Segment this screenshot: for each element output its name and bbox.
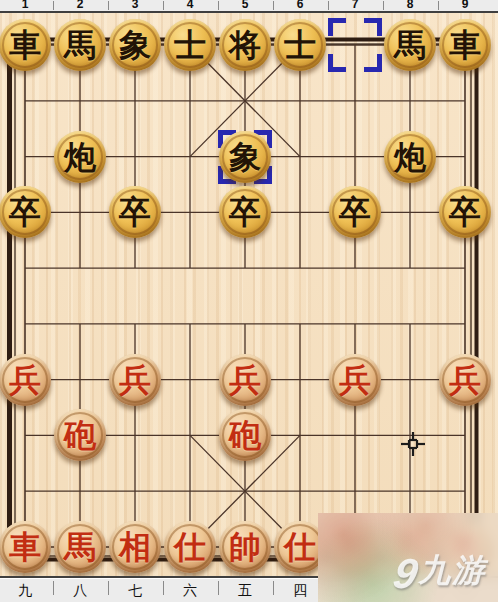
file-label-top-4: 4 [187,0,194,11]
file-label-top-1: 1 [22,0,29,11]
file-label-top-5: 5 [242,0,249,11]
last-move-marker [328,18,382,72]
file-label-top-3: 3 [132,0,139,11]
strip-tick [108,581,109,595]
piece-red-兵[interactable]: 兵 [219,354,271,406]
piece-black-士[interactable]: 士 [274,19,326,71]
piece-black-車[interactable]: 車 [0,19,51,71]
strip-tick [53,581,54,595]
strip-tick [273,581,274,595]
strip-tick [53,1,54,10]
piece-black-炮[interactable]: 炮 [384,131,436,183]
piece-black-卒[interactable]: 卒 [439,186,491,238]
piece-black-卒[interactable]: 卒 [219,186,271,238]
marker-corner-br [364,54,382,72]
strip-tick [218,581,219,595]
file-label-top-8: 8 [407,0,414,11]
piece-black-卒[interactable]: 卒 [329,186,381,238]
piece-black-馬[interactable]: 馬 [54,19,106,71]
file-label-top-2: 2 [77,0,84,11]
file-label-top-6: 6 [297,0,304,11]
strip-tick [383,1,384,10]
marker-corner-bl [328,54,346,72]
strip-tick [218,1,219,10]
watermark-logo-text: 九游 [418,552,486,588]
piece-red-兵[interactable]: 兵 [0,354,51,406]
watermark-logo-glyph: 9 [390,550,422,598]
piece-black-車[interactable]: 車 [439,19,491,71]
piece-black-象[interactable]: 象 [109,19,161,71]
file-label-bottom-5: 五 [238,582,252,600]
file-label-bottom-6: 四 [293,582,307,600]
strip-tick [108,1,109,10]
piece-black-炮[interactable]: 炮 [54,131,106,183]
piece-black-士[interactable]: 士 [164,19,216,71]
file-label-bottom-1: 九 [18,582,32,600]
xiangqi-game-screen: 車馬象士将士馬車炮象炮卒卒卒卒卒兵兵兵兵兵砲砲車馬相仕帥仕相馬車 1234567… [0,0,498,602]
piece-red-兵[interactable]: 兵 [329,354,381,406]
watermark-logo: 9九游 [394,549,486,598]
marker-corner-tr [364,18,382,36]
file-label-bottom-2: 八 [73,582,87,600]
board-grid [0,0,498,602]
strip-tick [163,1,164,10]
piece-red-車[interactable]: 車 [0,521,51,573]
piece-black-象[interactable]: 象 [219,131,271,183]
piece-red-馬[interactable]: 馬 [54,521,106,573]
piece-black-将[interactable]: 将 [219,19,271,71]
crosshair-cursor [401,432,425,456]
piece-black-馬[interactable]: 馬 [384,19,436,71]
file-label-top-7: 7 [352,0,359,11]
file-label-bottom-4: 六 [183,582,197,600]
strip-tick [438,1,439,10]
piece-red-帥[interactable]: 帥 [219,521,271,573]
file-label-bottom-3: 七 [128,582,142,600]
strip-tick [273,1,274,10]
piece-red-仕[interactable]: 仕 [164,521,216,573]
strip-tick [328,1,329,10]
piece-red-相[interactable]: 相 [109,521,161,573]
marker-corner-tl [328,18,346,36]
piece-red-兵[interactable]: 兵 [109,354,161,406]
piece-black-卒[interactable]: 卒 [109,186,161,238]
strip-tick [163,581,164,595]
file-label-top-9: 9 [462,0,469,11]
piece-red-兵[interactable]: 兵 [439,354,491,406]
top-file-labels-strip: 123456789 [0,0,498,13]
